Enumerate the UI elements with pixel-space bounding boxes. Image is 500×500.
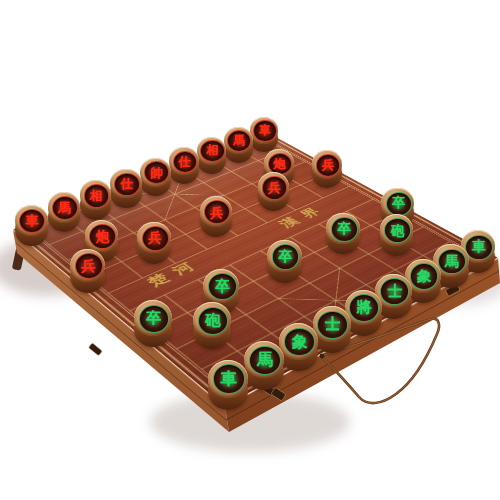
piece-engraving: 兵 [204, 200, 230, 224]
piece-top-face: 炮 [85, 220, 119, 252]
piece-top-face: 仕 [169, 147, 199, 175]
piece-character: 仕 [115, 174, 138, 195]
piece-engraving: 士 [380, 278, 409, 305]
piece-character: 卒 [209, 274, 236, 299]
piece-engraving: 象 [410, 263, 439, 289]
piece-red-elephant[interactable]: 相 [197, 137, 227, 174]
piece-top-face: 卒 [134, 300, 172, 336]
piece-character: 帥 [145, 162, 168, 183]
piece-top-face: 車 [250, 117, 279, 144]
piece-engraving: 砲 [384, 218, 411, 243]
piece-top-face: 相 [80, 180, 112, 210]
piece-character: 仕 [174, 152, 196, 172]
piece-character: 卒 [140, 306, 168, 332]
piece-red-chariot[interactable]: 車 [250, 117, 279, 153]
piece-top-face: 兵 [70, 249, 105, 282]
piece-top-face: 馬 [48, 192, 80, 222]
piece-engraving: 相 [84, 184, 110, 208]
xiangqi-set-photo: 楚河 漢界 車馬相仕帥仕相馬車炮炮兵兵兵兵兵卒卒卒卒卒砲砲車馬象士將士象馬車 [0, 0, 500, 500]
piece-red-horse[interactable]: 馬 [48, 192, 80, 232]
piece-top-face: 相 [197, 137, 227, 165]
piece-red-soldier[interactable]: 兵 [258, 172, 290, 211]
piece-red-soldier[interactable]: 兵 [70, 249, 105, 293]
piece-engraving: 將 [349, 294, 379, 321]
piece-green-soldier[interactable]: 卒 [267, 240, 302, 283]
piece-green-elephant[interactable]: 象 [279, 323, 318, 372]
piece-engraving: 車 [465, 235, 493, 260]
piece-engraving: 馬 [227, 130, 251, 152]
piece-character: 馬 [439, 250, 465, 274]
piece-engraving: 兵 [316, 154, 341, 177]
piece-character: 卒 [273, 245, 299, 269]
piece-character: 兵 [143, 227, 168, 250]
piece-top-face: 砲 [380, 214, 414, 246]
piece-top-face: 馬 [224, 127, 253, 155]
piece-green-cannon[interactable]: 砲 [380, 214, 414, 256]
piece-green-soldier[interactable]: 卒 [134, 300, 172, 347]
piece-engraving: 車 [253, 120, 276, 141]
piece-engraving: 砲 [198, 307, 228, 335]
piece-character: 砲 [385, 219, 410, 242]
piece-engraving: 卒 [139, 305, 169, 333]
piece-character: 馬 [250, 347, 280, 374]
piece-top-face: 兵 [258, 172, 290, 202]
piece-character: 將 [350, 295, 378, 320]
piece-engraving: 仕 [114, 173, 139, 196]
piece-top-face: 砲 [193, 302, 231, 338]
piece-red-horse[interactable]: 馬 [224, 127, 253, 163]
piece-top-face: 兵 [200, 196, 233, 227]
piece-engraving: 車 [213, 364, 245, 394]
piece-character: 卒 [332, 218, 357, 241]
piece-engraving: 兵 [75, 253, 103, 279]
piece-character: 馬 [53, 197, 77, 219]
piece-character: 象 [411, 264, 438, 288]
piece-character: 炮 [90, 225, 115, 248]
piece-green-soldier[interactable]: 卒 [326, 213, 360, 255]
piece-top-face: 卒 [267, 240, 302, 273]
piece-character: 車 [466, 236, 492, 259]
piece-character: 馬 [228, 131, 250, 151]
piece-engraving: 象 [284, 328, 315, 356]
piece-character: 車 [254, 121, 275, 140]
piece-red-soldier[interactable]: 兵 [200, 196, 233, 237]
piece-character: 相 [85, 185, 109, 207]
piece-character: 車 [214, 365, 244, 393]
piece-character: 兵 [205, 201, 229, 223]
piece-engraving: 兵 [262, 176, 287, 199]
piece-green-advisor[interactable]: 士 [313, 306, 351, 354]
piece-red-soldier[interactable]: 兵 [137, 222, 171, 264]
piece-red-soldier[interactable]: 兵 [312, 150, 343, 188]
piece-character: 兵 [76, 254, 102, 278]
piece-character: 兵 [317, 155, 340, 176]
piece-top-face: 士 [313, 306, 351, 342]
piece-engraving: 馬 [249, 346, 281, 375]
piece-top-face: 卒 [326, 213, 360, 245]
piece-red-elephant[interactable]: 相 [80, 180, 112, 220]
piece-engraving: 車 [19, 209, 45, 233]
piece-engraving: 帥 [144, 161, 169, 184]
piece-character: 兵 [263, 177, 286, 198]
piece-character: 象 [285, 329, 314, 355]
piece-engraving: 卒 [331, 217, 358, 242]
piece-top-face: 帥 [140, 158, 171, 187]
piece-top-face: 車 [15, 205, 48, 236]
piece-green-horse[interactable]: 馬 [244, 341, 284, 391]
piece-character: 士 [381, 279, 408, 304]
piece-engraving: 卒 [208, 273, 237, 300]
piece-top-face: 仕 [110, 169, 141, 198]
piece-character: 卒 [387, 193, 411, 215]
piece-red-general[interactable]: 帥 [140, 158, 171, 196]
piece-red-advisor[interactable]: 仕 [110, 169, 141, 208]
piece-character: 炮 [269, 154, 291, 175]
piece-engraving: 卒 [272, 244, 300, 270]
piece-engraving: 相 [200, 140, 224, 162]
piece-green-chariot[interactable]: 車 [208, 360, 249, 411]
piece-red-advisor[interactable]: 仕 [169, 147, 199, 185]
piece-character: 砲 [199, 308, 227, 334]
piece-top-face: 卒 [203, 269, 239, 303]
piece-engraving: 馬 [438, 249, 466, 275]
piece-engraving: 仕 [173, 151, 197, 173]
piece-engraving: 炮 [89, 224, 116, 249]
piece-top-face: 象 [279, 323, 318, 360]
piece-red-chariot[interactable]: 車 [15, 205, 48, 246]
piece-character: 相 [201, 141, 223, 161]
piece-top-face: 兵 [137, 222, 171, 254]
piece-top-face: 馬 [244, 341, 284, 379]
piece-engraving: 卒 [386, 192, 412, 216]
piece-engraving: 士 [317, 311, 347, 339]
piece-engraving: 兵 [142, 226, 169, 251]
piece-top-face: 車 [208, 360, 249, 398]
piece-character: 車 [20, 210, 44, 232]
piece-character: 士 [318, 312, 346, 338]
piece-green-cannon[interactable]: 砲 [193, 302, 231, 349]
piece-top-face: 兵 [312, 150, 343, 179]
piece-engraving: 馬 [52, 196, 78, 220]
